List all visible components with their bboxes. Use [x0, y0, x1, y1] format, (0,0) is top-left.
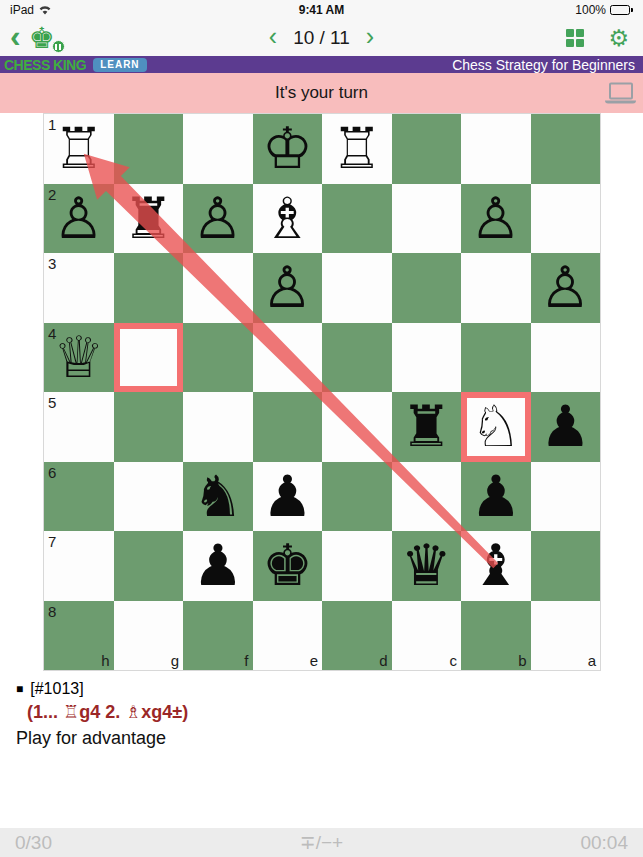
piece-white-king[interactable]: ♔ — [262, 120, 313, 177]
square-e6[interactable]: ♟ — [253, 462, 323, 532]
square-g8[interactable]: g — [114, 601, 184, 671]
file-label-c: c — [450, 652, 458, 669]
piece-white-bishop[interactable]: ♗ — [262, 190, 313, 247]
piece-white-pawn[interactable]: ♙ — [53, 190, 104, 247]
rank-label-7: 7 — [48, 533, 56, 550]
solution-variation: (1... ♖g4 2. ♗xg4±) — [27, 701, 627, 723]
evaluation-symbols: ∓/−+ — [0, 831, 643, 854]
piece-black-king[interactable]: ♚ — [262, 537, 313, 594]
square-c6[interactable] — [392, 462, 462, 532]
square-a4[interactable] — [531, 323, 601, 393]
bottom-status-bar: 0/30 ∓/−+ 00:04 — [0, 828, 643, 857]
square-e1[interactable]: ♔ — [253, 114, 323, 184]
square-h7[interactable]: 7 — [44, 531, 114, 601]
rank-label-2: 2 — [48, 186, 56, 203]
learn-badge: LEARN — [93, 58, 146, 72]
square-d7[interactable] — [322, 531, 392, 601]
square-f2[interactable]: ♙ — [183, 184, 253, 254]
square-a1[interactable] — [531, 114, 601, 184]
square-h3[interactable]: 3 — [44, 253, 114, 323]
rank-label-4: 4 — [48, 325, 56, 342]
status-bar: iPad 9:41 AM 100% — [0, 0, 643, 20]
square-h6[interactable]: 6 — [44, 462, 114, 532]
timer: 00:04 — [580, 832, 628, 854]
brand-bar: CHESS KING LEARN Chess Strategy for Begi… — [0, 56, 643, 73]
rank-label-3: 3 — [48, 255, 56, 272]
square-h2[interactable]: 2♙ — [44, 184, 114, 254]
piece-black-pawn[interactable]: ♟ — [470, 468, 521, 525]
square-b2[interactable]: ♙ — [461, 184, 531, 254]
piece-white-pawn[interactable]: ♙ — [262, 259, 313, 316]
square-c1[interactable] — [392, 114, 462, 184]
piece-white-pawn[interactable]: ♙ — [540, 259, 591, 316]
square-b3[interactable] — [461, 253, 531, 323]
square-g4[interactable] — [114, 323, 184, 393]
square-a7[interactable] — [531, 531, 601, 601]
square-b1[interactable] — [461, 114, 531, 184]
file-label-f: f — [244, 652, 248, 669]
square-a6[interactable] — [531, 462, 601, 532]
puzzle-id: [#1013] — [30, 680, 83, 698]
square-e3[interactable]: ♙ — [253, 253, 323, 323]
piece-white-queen[interactable]: ♕ — [53, 329, 104, 386]
square-f5[interactable] — [183, 392, 253, 462]
app-screen: iPad 9:41 AM 100% ‹ ♚ ‹ 10 / 11 › — [0, 0, 643, 857]
annotation-panel: ■ [#1013] (1... ♖g4 2. ♗xg4±) Play for a… — [0, 671, 643, 749]
square-f1[interactable] — [183, 114, 253, 184]
device-label: iPad — [10, 3, 34, 17]
square-e5[interactable] — [253, 392, 323, 462]
square-e4[interactable] — [253, 323, 323, 393]
file-label-b: b — [518, 652, 526, 669]
piece-white-rook[interactable]: ♖ — [331, 120, 382, 177]
square-h4[interactable]: 4♕ — [44, 323, 114, 393]
square-g7[interactable] — [114, 531, 184, 601]
next-puzzle-button[interactable]: › — [366, 24, 374, 49]
black-to-move-icon: ■ — [16, 682, 23, 696]
square-g6[interactable] — [114, 462, 184, 532]
square-a2[interactable] — [531, 184, 601, 254]
file-label-a: a — [588, 652, 596, 669]
square-a8[interactable]: a — [531, 601, 601, 671]
file-label-d: d — [379, 652, 387, 669]
rank-label-1: 1 — [48, 116, 56, 133]
nav-bar: ‹ ♚ ‹ 10 / 11 › ⚙ — [0, 20, 643, 56]
square-f7[interactable]: ♟ — [183, 531, 253, 601]
square-e8[interactable]: e — [253, 601, 323, 671]
square-g1[interactable] — [114, 114, 184, 184]
square-c8[interactable]: c — [392, 601, 462, 671]
piece-black-pawn[interactable]: ♟ — [540, 398, 591, 455]
task-instruction: Play for advantage — [16, 728, 627, 749]
square-d2[interactable] — [322, 184, 392, 254]
course-title: Chess Strategy for Beginners — [452, 57, 635, 73]
square-c3[interactable] — [392, 253, 462, 323]
square-d3[interactable] — [322, 253, 392, 323]
chess-king-wordmark: CHESS KING — [4, 56, 86, 73]
chess-board: 1♖♔♖2♙♜♙♗♙3♙♙4♕5♜♘♟6♞♟♟7♟♚♛♝8hgfedcba — [43, 113, 601, 671]
square-c5[interactable]: ♜ — [392, 392, 462, 462]
piece-black-pawn[interactable]: ♟ — [262, 468, 313, 525]
square-b5[interactable]: ♘ — [461, 392, 531, 462]
square-d1[interactable]: ♖ — [322, 114, 392, 184]
square-h5[interactable]: 5 — [44, 392, 114, 462]
square-b4[interactable] — [461, 323, 531, 393]
piece-black-queen[interactable]: ♛ — [401, 537, 452, 594]
piece-black-rook[interactable]: ♜ — [123, 190, 174, 247]
square-h8[interactable]: 8h — [44, 601, 114, 671]
square-e2[interactable]: ♗ — [253, 184, 323, 254]
progress-counter: 0/30 — [15, 832, 52, 854]
square-f8[interactable]: f — [183, 601, 253, 671]
rank-label-8: 8 — [48, 603, 56, 620]
square-a3[interactable]: ♙ — [531, 253, 601, 323]
logo-badge-icon — [52, 40, 65, 53]
clock: 9:41 AM — [299, 3, 345, 17]
square-b7[interactable]: ♝ — [461, 531, 531, 601]
square-c2[interactable] — [392, 184, 462, 254]
piece-white-pawn[interactable]: ♙ — [192, 190, 243, 247]
piece-white-pawn[interactable]: ♙ — [470, 190, 521, 247]
settings-gear-button[interactable]: ⚙ — [608, 27, 629, 50]
square-d8[interactable]: d — [322, 601, 392, 671]
square-c7[interactable]: ♛ — [392, 531, 462, 601]
square-e7[interactable]: ♚ — [253, 531, 323, 601]
square-f3[interactable] — [183, 253, 253, 323]
board-area: 1♖♔♖2♙♜♙♗♙3♙♙4♕5♜♘♟6♞♟♟7♟♚♛♝8hgfedcba — [43, 113, 601, 671]
square-c4[interactable] — [392, 323, 462, 393]
piece-white-knight[interactable]: ♘ — [470, 398, 521, 455]
piece-white-rook[interactable]: ♖ — [53, 120, 104, 177]
square-a5[interactable]: ♟ — [531, 392, 601, 462]
back-button[interactable]: ‹ — [10, 22, 21, 50]
battery-icon — [610, 5, 633, 15]
square-f4[interactable] — [183, 323, 253, 393]
square-b6[interactable]: ♟ — [461, 462, 531, 532]
turn-text: It's your turn — [275, 83, 368, 103]
battery-percent: 100% — [575, 3, 606, 17]
puzzle-list-button[interactable] — [566, 29, 584, 47]
prev-puzzle-button[interactable]: ‹ — [269, 24, 277, 49]
piece-black-knight[interactable]: ♞ — [192, 468, 243, 525]
square-d6[interactable] — [322, 462, 392, 532]
square-g2[interactable]: ♜ — [114, 184, 184, 254]
square-h1[interactable]: 1♖ — [44, 114, 114, 184]
piece-black-pawn[interactable]: ♟ — [192, 537, 243, 594]
file-label-e: e — [310, 652, 318, 669]
turn-banner: It's your turn — [0, 73, 643, 113]
puzzle-counter: 10 / 11 — [293, 27, 350, 49]
rank-label-5: 5 — [48, 394, 56, 411]
square-d4[interactable] — [322, 323, 392, 393]
rank-label-6: 6 — [48, 464, 56, 481]
piece-black-rook[interactable]: ♜ — [401, 398, 452, 455]
piece-black-bishop[interactable]: ♝ — [470, 537, 521, 594]
chess-king-logo-icon[interactable]: ♚ — [29, 22, 65, 54]
square-d5[interactable] — [322, 392, 392, 462]
square-g3[interactable] — [114, 253, 184, 323]
computer-engine-icon[interactable] — [605, 83, 636, 104]
file-label-h: h — [101, 652, 109, 669]
square-b8[interactable]: b — [461, 601, 531, 671]
wifi-icon — [38, 5, 52, 15]
file-label-g: g — [171, 652, 179, 669]
square-f6[interactable]: ♞ — [183, 462, 253, 532]
square-g5[interactable] — [114, 392, 184, 462]
